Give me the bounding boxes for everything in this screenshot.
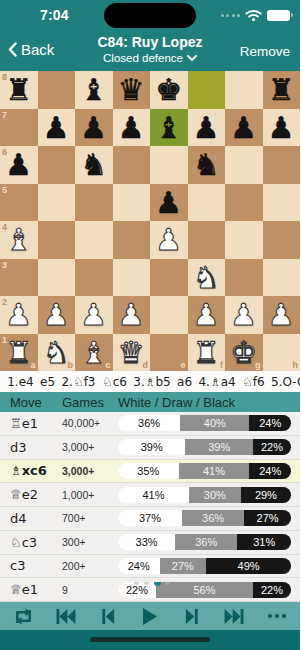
square-h3[interactable] — [263, 259, 301, 297]
move-cell: ♖e1 — [0, 416, 62, 431]
square-d2[interactable]: ♟ — [113, 296, 151, 334]
games-cell: 9 — [62, 584, 118, 596]
square-c3[interactable] — [75, 259, 113, 297]
games-cell: 3,000+ — [62, 465, 118, 477]
skip-to-start-icon — [54, 608, 77, 625]
square-c6[interactable]: ♞ — [75, 146, 113, 184]
file-label-d: d — [143, 361, 149, 370]
square-a2[interactable]: 2♟ — [0, 296, 38, 334]
step-back-button[interactable] — [95, 603, 121, 629]
black-pct: 27% — [244, 510, 291, 526]
flip-board-icon — [13, 606, 34, 627]
draw-pct: 36% — [182, 510, 244, 526]
square-f5[interactable] — [188, 184, 226, 222]
piece-black-queen: ♛ — [113, 71, 151, 108]
square-g4[interactable] — [225, 221, 263, 259]
column-header-white-draw-black: White / Draw / Black — [118, 395, 300, 410]
square-g7[interactable]: ♟ — [225, 109, 263, 147]
square-g1[interactable]: g♚ — [225, 334, 263, 372]
square-f2[interactable]: ♟ — [188, 296, 226, 334]
square-d5[interactable] — [113, 184, 151, 222]
table-row-c3[interactable]: c3200+24%27%49% — [0, 555, 300, 579]
file-label-h: h — [293, 361, 299, 370]
square-b7[interactable]: ♟ — [38, 109, 76, 147]
piece-black-king: ♚ — [150, 71, 188, 108]
square-c7[interactable]: ♟ — [75, 109, 113, 147]
home-indicator[interactable] — [90, 637, 210, 642]
piece-black-knight: ♞ — [75, 146, 113, 183]
square-g5[interactable] — [225, 184, 263, 222]
rank-label-2: 2 — [2, 298, 7, 307]
stats-table-body: ♖e140,000+36%40%24%d33,000+39%39%22%♗xc6… — [0, 412, 300, 602]
square-d3[interactable] — [113, 259, 151, 297]
result-bar: 24%27%49% — [118, 558, 291, 574]
cellular-signal-icon — [221, 14, 241, 17]
square-f6[interactable]: ♞ — [188, 146, 226, 184]
draw-pct: 56% — [156, 582, 253, 598]
battery-icon — [267, 10, 290, 21]
file-label-f: f — [220, 361, 223, 370]
piece-black-pawn: ♟ — [150, 184, 188, 221]
white-pct: 39% — [118, 439, 185, 455]
square-b4[interactable] — [38, 221, 76, 259]
table-row-e1[interactable]: ♖e140,000+36%40%24% — [0, 412, 300, 436]
square-g3[interactable] — [225, 259, 263, 297]
square-c2[interactable]: ♟ — [75, 296, 113, 334]
square-g8[interactable] — [225, 71, 263, 109]
square-e4[interactable]: ♟ — [150, 221, 188, 259]
piece-white-pawn: ♟ — [225, 296, 263, 333]
square-e6[interactable] — [150, 146, 188, 184]
square-f8[interactable] — [188, 71, 226, 109]
games-cell: 40,000+ — [62, 417, 118, 429]
square-c8[interactable]: ♝ — [75, 71, 113, 109]
nav-header: Back C84: Ruy Lopez Closed defence Remov… — [0, 30, 300, 71]
move-cell: ♕e1 — [0, 582, 62, 597]
chess-board: 8♜♝♛♚♜7♟♟♟♝♟♟♟6♟♞♞5♟4♝♟3♞2♟♟♟♟♟♟♟1a♜b♞c♝… — [0, 71, 300, 371]
remove-button[interactable]: Remove — [240, 44, 290, 59]
piece-black-pawn: ♟ — [38, 109, 76, 146]
square-a6[interactable]: 6♟ — [0, 146, 38, 184]
piece-black-bishop: ♝ — [75, 71, 113, 108]
square-a1[interactable]: 1a♜ — [0, 334, 38, 372]
white-pct: 24% — [118, 558, 160, 574]
file-label-e: e — [180, 361, 185, 370]
square-b1[interactable]: b♞ — [38, 334, 76, 372]
piece-black-pawn: ♟ — [113, 109, 151, 146]
rank-label-5: 5 — [2, 186, 7, 195]
square-b5[interactable] — [38, 184, 76, 222]
column-header-games: Games — [62, 395, 118, 410]
draw-pct: 40% — [180, 415, 249, 431]
square-f4[interactable] — [188, 221, 226, 259]
square-h4[interactable] — [263, 221, 301, 259]
square-e3[interactable] — [150, 259, 188, 297]
piece-black-pawn: ♟ — [263, 109, 301, 146]
white-pct: 35% — [118, 463, 179, 479]
status-bar: 7:04 — [0, 0, 300, 30]
playback-toolbar — [0, 602, 300, 630]
piece-white-knight: ♞ — [188, 259, 226, 296]
move-token-6[interactable]: 4.♗a4 — [195, 375, 239, 389]
square-a3[interactable]: 3 — [0, 259, 38, 297]
table-row-e1[interactable]: ♕e1922%56%22% — [0, 578, 300, 602]
move-token-8[interactable]: 5.O-O — [268, 375, 300, 389]
table-row-d3[interactable]: d33,000+39%39%22% — [0, 436, 300, 460]
white-pct: 41% — [118, 487, 189, 503]
square-a5[interactable]: 5 — [0, 184, 38, 222]
wifi-icon — [245, 9, 262, 22]
piece-white-pawn: ♟ — [75, 296, 113, 333]
result-bar: 35%41%24% — [118, 463, 291, 479]
rank-label-4: 4 — [2, 223, 7, 232]
square-f3[interactable]: ♞ — [188, 259, 226, 297]
variation-label: Closed defence — [103, 51, 183, 65]
table-row-xc6[interactable]: ♗xc63,000+35%41%24% — [0, 460, 300, 484]
result-bar: 22%56%22% — [118, 582, 291, 598]
square-h2[interactable]: ♟ — [263, 296, 301, 334]
more-icon — [267, 613, 287, 619]
draw-pct: 30% — [189, 487, 241, 503]
square-b8[interactable] — [38, 71, 76, 109]
games-cell: 3,000+ — [62, 441, 118, 453]
square-d1[interactable]: d♛ — [113, 334, 151, 372]
piece-black-knight: ♞ — [188, 146, 226, 183]
rank-label-3: 3 — [2, 261, 7, 270]
draw-pct: 27% — [160, 558, 207, 574]
move-token-7[interactable]: ♘f6 — [239, 375, 268, 389]
file-label-a: a — [30, 361, 35, 370]
square-d7[interactable]: ♟ — [113, 109, 151, 147]
move-token-1[interactable]: e5 — [37, 375, 58, 389]
rank-label-7: 7 — [2, 111, 7, 120]
piece-black-pawn: ♟ — [188, 109, 226, 146]
black-pct: 29% — [241, 487, 291, 503]
table-row-e2[interactable]: ♕e21,000+41%30%29% — [0, 483, 300, 507]
black-pct: 24% — [249, 463, 291, 479]
skip-to-end-icon — [223, 608, 246, 625]
black-pct: 22% — [253, 582, 291, 598]
square-g2[interactable]: ♟ — [225, 296, 263, 334]
piece-white-pawn: ♟ — [113, 296, 151, 333]
square-g6[interactable] — [225, 146, 263, 184]
step-forward-icon — [184, 608, 200, 625]
piece-white-pawn: ♟ — [38, 296, 76, 333]
square-h6[interactable] — [263, 146, 301, 184]
dynamic-island — [104, 3, 196, 28]
white-pct: 36% — [118, 415, 180, 431]
piece-white-pawn: ♟ — [188, 296, 226, 333]
square-c1[interactable]: c♝ — [75, 334, 113, 372]
games-cell: 200+ — [62, 560, 118, 572]
move-token-2[interactable]: 2.♘f3 — [58, 375, 98, 389]
move-token-3[interactable]: ♘c6 — [99, 375, 130, 389]
result-bar: 41%30%29% — [118, 487, 291, 503]
rank-label-6: 6 — [2, 148, 7, 157]
draw-pct: 41% — [179, 463, 250, 479]
result-bar: 37%36%27% — [118, 510, 291, 526]
step-back-icon — [100, 608, 116, 625]
bottom-safe-area — [0, 630, 300, 650]
move-cell: ♕e2 — [0, 487, 62, 502]
black-pct: 24% — [249, 415, 291, 431]
square-d4[interactable] — [113, 221, 151, 259]
skip-to-start-button[interactable] — [52, 603, 78, 629]
flip-board-button[interactable] — [10, 603, 36, 629]
column-header-move: Move — [0, 395, 62, 410]
move-cell: ♗xc6 — [0, 463, 62, 478]
square-e1[interactable]: e — [150, 334, 188, 372]
file-label-c: c — [105, 361, 110, 370]
play-button[interactable] — [137, 603, 163, 629]
clock: 7:04 — [40, 7, 69, 23]
move-cell: d3 — [0, 440, 62, 455]
games-cell: 1,000+ — [62, 489, 118, 501]
square-c5[interactable] — [75, 184, 113, 222]
skip-to-end-button[interactable] — [222, 603, 248, 629]
square-b2[interactable]: ♟ — [38, 296, 76, 334]
square-h7[interactable]: ♟ — [263, 109, 301, 147]
white-pct: 22% — [118, 582, 156, 598]
move-cell: c3 — [0, 558, 62, 573]
square-d8[interactable]: ♛ — [113, 71, 151, 109]
games-cell: 700+ — [62, 512, 118, 524]
piece-black-pawn: ♟ — [225, 109, 263, 146]
move-cell: d4 — [0, 511, 62, 526]
black-pct: 49% — [206, 558, 291, 574]
draw-pct: 39% — [185, 439, 252, 455]
stats-table-header: Move Games White / Draw / Black — [0, 392, 300, 412]
square-a8[interactable]: 8♜ — [0, 71, 38, 109]
square-c4[interactable] — [75, 221, 113, 259]
square-f7[interactable]: ♟ — [188, 109, 226, 147]
piece-black-bishop: ♝ — [150, 109, 188, 146]
square-h8[interactable]: ♜ — [263, 71, 301, 109]
square-a7[interactable]: 7 — [0, 109, 38, 147]
result-bar: 36%40%24% — [118, 415, 291, 431]
result-bar: 33%36%31% — [118, 534, 291, 550]
move-cell: ♘c3 — [0, 535, 62, 550]
chevron-down-icon — [187, 55, 197, 61]
white-pct: 37% — [118, 510, 182, 526]
file-label-g: g — [255, 361, 261, 370]
move-token-0[interactable]: 1.e4 — [4, 375, 37, 389]
games-cell: 300+ — [62, 536, 118, 548]
square-d6[interactable] — [113, 146, 151, 184]
square-e5[interactable]: ♟ — [150, 184, 188, 222]
table-row-d4[interactable]: d4700+37%36%27% — [0, 507, 300, 531]
rank-label-1: 1 — [2, 336, 7, 345]
square-h1[interactable]: h — [263, 334, 301, 372]
piece-black-rook: ♜ — [263, 71, 301, 108]
piece-white-pawn: ♟ — [263, 296, 301, 333]
square-a4[interactable]: 4♝ — [0, 221, 38, 259]
move-token-5[interactable]: a6 — [174, 375, 195, 389]
square-f1[interactable]: f♜ — [188, 334, 226, 372]
white-pct: 33% — [118, 534, 175, 550]
move-token-4[interactable]: 3.♗b5 — [130, 375, 174, 389]
black-pct: 22% — [253, 439, 291, 455]
square-b3[interactable] — [38, 259, 76, 297]
square-b6[interactable] — [38, 146, 76, 184]
result-bar: 39%39%22% — [118, 439, 291, 455]
square-e7[interactable]: ♝ — [150, 109, 188, 147]
piece-white-pawn: ♟ — [150, 221, 188, 258]
table-row-c3[interactable]: ♘c3300+33%36%31% — [0, 531, 300, 555]
square-e8[interactable]: ♚ — [150, 71, 188, 109]
draw-pct: 36% — [175, 534, 237, 550]
file-label-b: b — [68, 361, 74, 370]
move-list-strip: 1.e4e52.♘f3♘c63.♗b5a64.♗a4♘f65.O-O♗e7 — [0, 371, 300, 392]
square-e2[interactable] — [150, 296, 188, 334]
step-forward-button[interactable] — [179, 603, 205, 629]
more-button[interactable] — [264, 603, 290, 629]
piece-black-pawn: ♟ — [75, 109, 113, 146]
play-icon — [141, 607, 158, 626]
square-h5[interactable] — [263, 184, 301, 222]
rank-label-8: 8 — [2, 73, 7, 82]
black-pct: 31% — [237, 534, 291, 550]
